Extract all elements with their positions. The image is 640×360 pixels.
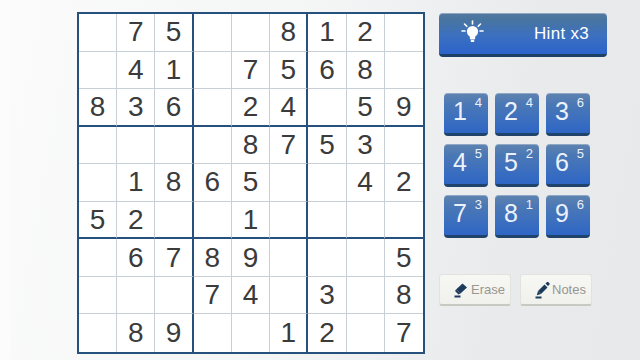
- sudoku-cell-r8c9[interactable]: 8: [385, 277, 423, 315]
- sudoku-cell-r1c7[interactable]: 1: [308, 14, 346, 52]
- number-pad: 142436455265738196: [444, 93, 590, 238]
- numpad-remaining-count: 3: [475, 198, 482, 211]
- sudoku-cell-r1c8[interactable]: 2: [347, 14, 385, 52]
- sudoku-cell-r7c5[interactable]: 9: [232, 239, 270, 277]
- sudoku-cell-r6c4[interactable]: [194, 202, 232, 240]
- numpad-4-button[interactable]: 45: [444, 144, 488, 187]
- sudoku-cell-r6c2[interactable]: 2: [117, 202, 155, 240]
- numpad-digit: 9: [555, 201, 569, 226]
- numpad-remaining-count: 5: [475, 147, 482, 160]
- sudoku-cell-r8c1[interactable]: [79, 277, 117, 315]
- numpad-2-button[interactable]: 24: [495, 93, 539, 136]
- sudoku-cell-r4c3[interactable]: [155, 127, 193, 165]
- sudoku-cell-r1c6[interactable]: 8: [270, 14, 308, 52]
- sudoku-cell-r5c7[interactable]: [308, 164, 346, 202]
- sudoku-board: 7581241756883624598753186542521678957438…: [77, 12, 425, 354]
- numpad-7-button[interactable]: 73: [444, 195, 488, 238]
- sudoku-cell-r2c8[interactable]: 8: [347, 52, 385, 90]
- sudoku-cell-r8c7[interactable]: 3: [308, 277, 346, 315]
- sudoku-cell-r5c9[interactable]: 2: [385, 164, 423, 202]
- sudoku-cell-r1c2[interactable]: 7: [117, 14, 155, 52]
- numpad-remaining-count: 2: [526, 147, 533, 160]
- sudoku-cell-r4c2[interactable]: [117, 127, 155, 165]
- sudoku-cell-r9c7[interactable]: 2: [308, 314, 346, 352]
- sudoku-cell-r1c5[interactable]: [232, 14, 270, 52]
- numpad-remaining-count: 6: [577, 198, 584, 211]
- numpad-digit: 3: [555, 99, 569, 124]
- numpad-remaining-count: 4: [475, 96, 482, 109]
- sudoku-cell-r6c3[interactable]: [155, 202, 193, 240]
- sudoku-cell-r2c3[interactable]: 1: [155, 52, 193, 90]
- action-buttons: Erase Notes: [439, 274, 592, 306]
- numpad-digit: 5: [504, 150, 518, 175]
- eraser-icon: [449, 279, 471, 301]
- sudoku-cell-r3c1[interactable]: 8: [79, 89, 117, 127]
- sudoku-cell-r5c5[interactable]: 5: [232, 164, 270, 202]
- erase-label: Erase: [471, 282, 505, 297]
- sudoku-cell-r9c1[interactable]: [79, 314, 117, 352]
- sudoku-cell-r4c4[interactable]: [194, 127, 232, 165]
- sudoku-cell-r3c6[interactable]: 4: [270, 89, 308, 127]
- sudoku-cell-r2c6[interactable]: 5: [270, 52, 308, 90]
- numpad-remaining-count: 4: [526, 96, 533, 109]
- sudoku-cell-r3c4[interactable]: [194, 89, 232, 127]
- sudoku-cell-r9c8[interactable]: [347, 314, 385, 352]
- numpad-9-button[interactable]: 96: [546, 195, 590, 238]
- sudoku-cell-r7c8[interactable]: [347, 239, 385, 277]
- sudoku-cell-r1c9[interactable]: [385, 14, 423, 52]
- sudoku-cell-r9c3[interactable]: 9: [155, 314, 193, 352]
- numpad-digit: 4: [453, 150, 467, 175]
- sudoku-cell-r4c7[interactable]: 5: [308, 127, 346, 165]
- sudoku-cell-r3c5[interactable]: 2: [232, 89, 270, 127]
- sudoku-cell-r4c1[interactable]: [79, 127, 117, 165]
- sudoku-cell-r8c6[interactable]: [270, 277, 308, 315]
- sudoku-cell-r8c2[interactable]: [117, 277, 155, 315]
- sudoku-cell-r7c2[interactable]: 6: [117, 239, 155, 277]
- sudoku-cell-r1c1[interactable]: [79, 14, 117, 52]
- sudoku-cell-r5c3[interactable]: 8: [155, 164, 193, 202]
- sudoku-cell-r4c8[interactable]: 3: [347, 127, 385, 165]
- numpad-remaining-count: 6: [577, 96, 584, 109]
- sudoku-cell-r1c3[interactable]: 5: [155, 14, 193, 52]
- hint-button[interactable]: Hint x3: [439, 13, 607, 57]
- sudoku-cell-r9c9[interactable]: 7: [385, 314, 423, 352]
- sudoku-cell-r3c2[interactable]: 3: [117, 89, 155, 127]
- numpad-digit: 7: [453, 201, 467, 226]
- numpad-remaining-count: 1: [526, 198, 533, 211]
- sudoku-cell-r8c4[interactable]: 7: [194, 277, 232, 315]
- hint-label: Hint x3: [534, 24, 589, 44]
- numpad-1-button[interactable]: 14: [444, 93, 488, 136]
- sudoku-cell-r7c9[interactable]: 5: [385, 239, 423, 277]
- numpad-digit: 6: [555, 150, 569, 175]
- sudoku-cell-r8c8[interactable]: [347, 277, 385, 315]
- window-edge-strip: [0, 0, 10, 360]
- sudoku-cell-r4c5[interactable]: 8: [232, 127, 270, 165]
- sudoku-cell-r4c9[interactable]: [385, 127, 423, 165]
- sudoku-cell-r5c1[interactable]: [79, 164, 117, 202]
- sudoku-cell-r2c5[interactable]: 7: [232, 52, 270, 90]
- sudoku-cell-r7c7[interactable]: [308, 239, 346, 277]
- sudoku-cell-r7c4[interactable]: 8: [194, 239, 232, 277]
- sudoku-cell-r5c4[interactable]: 6: [194, 164, 232, 202]
- pencil-icon: [530, 279, 552, 301]
- sudoku-cell-r1c4[interactable]: [194, 14, 232, 52]
- numpad-6-button[interactable]: 65: [546, 144, 590, 187]
- sudoku-cell-r5c2[interactable]: 1: [117, 164, 155, 202]
- numpad-8-button[interactable]: 81: [495, 195, 539, 238]
- lightbulb-icon: [459, 20, 486, 47]
- numpad-3-button[interactable]: 36: [546, 93, 590, 136]
- numpad-digit: 2: [504, 99, 518, 124]
- sudoku-cell-r8c3[interactable]: [155, 277, 193, 315]
- sudoku-cell-r7c1[interactable]: [79, 239, 117, 277]
- numpad-5-button[interactable]: 52: [495, 144, 539, 187]
- sudoku-cell-r4c6[interactable]: 7: [270, 127, 308, 165]
- sudoku-cell-r9c2[interactable]: 8: [117, 314, 155, 352]
- notes-label: Notes: [552, 282, 586, 297]
- sudoku-cell-r2c7[interactable]: 6: [308, 52, 346, 90]
- sudoku-cell-r7c3[interactable]: 7: [155, 239, 193, 277]
- notes-button[interactable]: Notes: [520, 274, 592, 306]
- numpad-digit: 1: [453, 99, 467, 124]
- sudoku-cell-r2c9[interactable]: [385, 52, 423, 90]
- sudoku-cell-r9c5[interactable]: [232, 314, 270, 352]
- sudoku-cell-r5c8[interactable]: 4: [347, 164, 385, 202]
- sudoku-cell-r5c6[interactable]: [270, 164, 308, 202]
- sudoku-cell-r8c5[interactable]: 4: [232, 277, 270, 315]
- sudoku-cell-r2c2[interactable]: 4: [117, 52, 155, 90]
- sudoku-cell-r7c6[interactable]: [270, 239, 308, 277]
- sudoku-cell-r3c7[interactable]: [308, 89, 346, 127]
- sudoku-cell-r6c1[interactable]: 5: [79, 202, 117, 240]
- numpad-digit: 8: [504, 201, 518, 226]
- sudoku-cell-r3c8[interactable]: 5: [347, 89, 385, 127]
- sudoku-cell-r6c6[interactable]: [270, 202, 308, 240]
- erase-button[interactable]: Erase: [439, 274, 511, 306]
- sudoku-cell-r6c8[interactable]: [347, 202, 385, 240]
- sudoku-cell-r3c9[interactable]: 9: [385, 89, 423, 127]
- sudoku-cell-r6c5[interactable]: 1: [232, 202, 270, 240]
- sudoku-cell-r6c7[interactable]: [308, 202, 346, 240]
- sudoku-cell-r3c3[interactable]: 6: [155, 89, 193, 127]
- sudoku-cell-r6c9[interactable]: [385, 202, 423, 240]
- sudoku-cell-r9c4[interactable]: [194, 314, 232, 352]
- sudoku-cell-r9c6[interactable]: 1: [270, 314, 308, 352]
- sudoku-cell-r2c4[interactable]: [194, 52, 232, 90]
- numpad-remaining-count: 5: [577, 147, 584, 160]
- sudoku-cell-r2c1[interactable]: [79, 52, 117, 90]
